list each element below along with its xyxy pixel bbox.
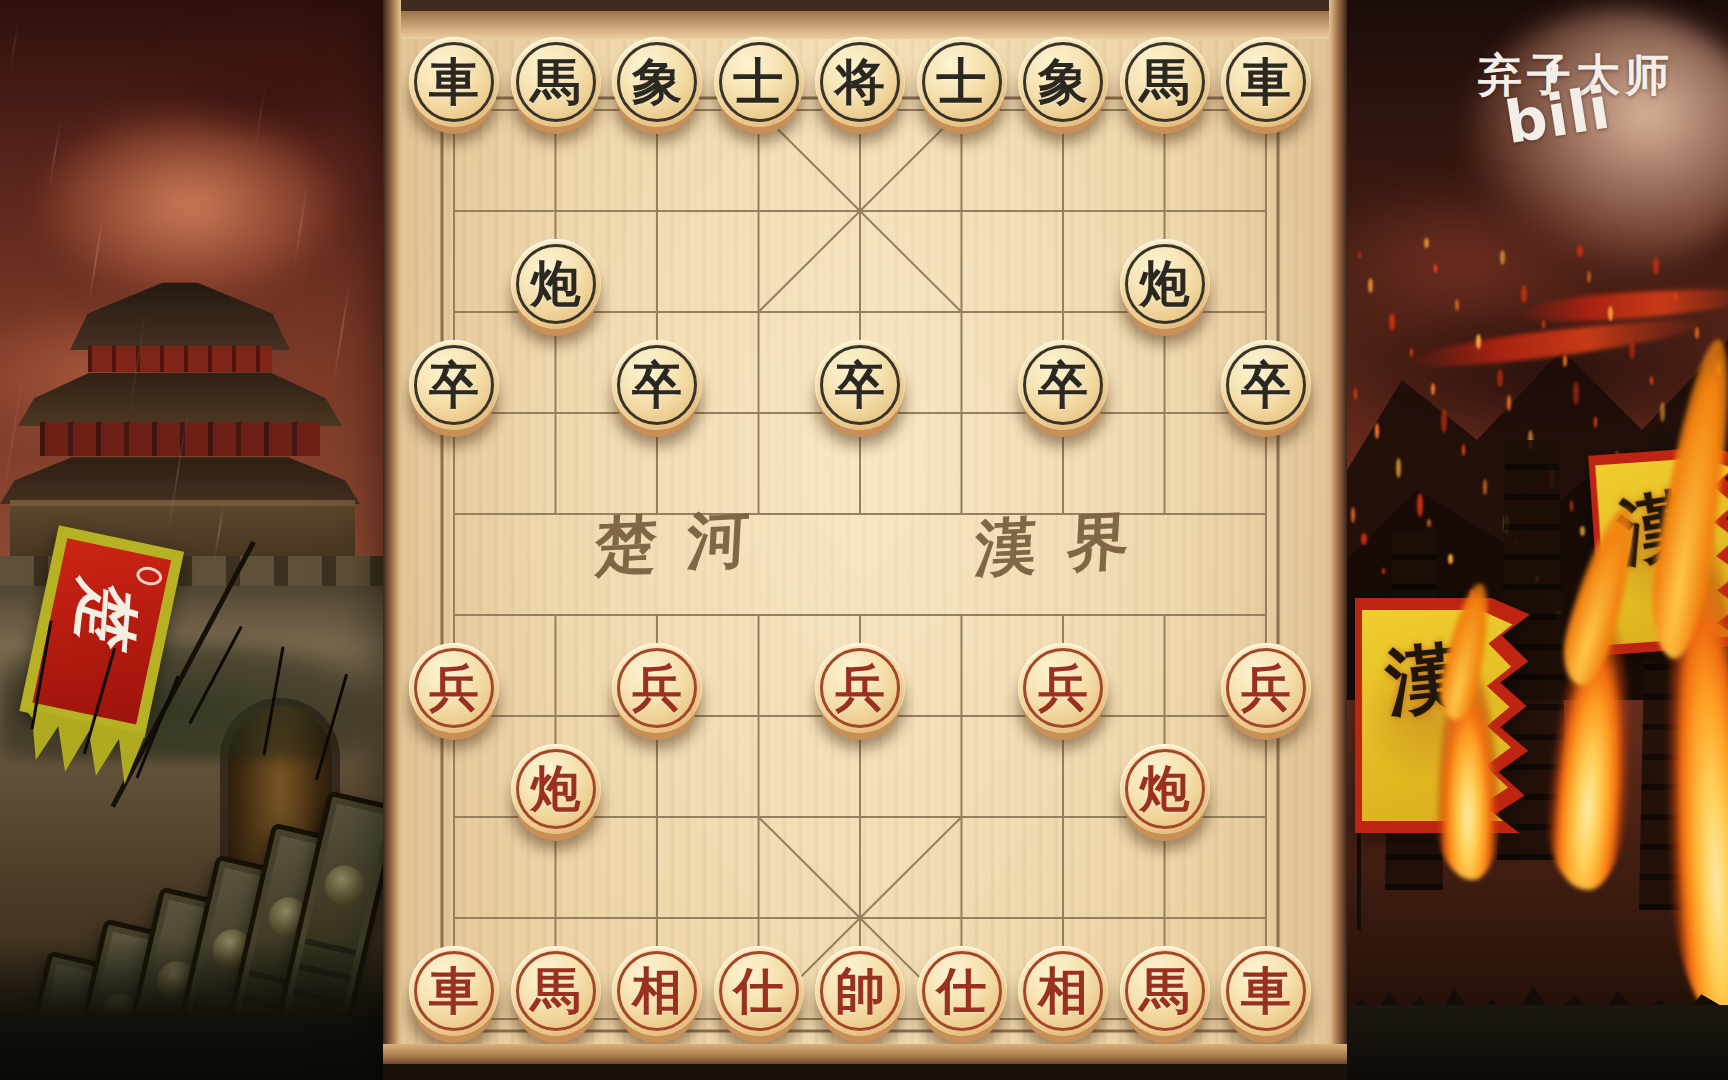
piece-character: 相 bbox=[1018, 946, 1108, 1036]
piece-character: 馬 bbox=[511, 946, 601, 1036]
piece-red-仕[interactable]: 仕 bbox=[917, 946, 1007, 1036]
rain-streak bbox=[88, 214, 104, 304]
ember bbox=[1580, 526, 1585, 536]
ember bbox=[1594, 416, 1597, 428]
piece-character: 帥 bbox=[815, 946, 905, 1036]
ember bbox=[1577, 245, 1583, 257]
piece-character: 象 bbox=[1018, 37, 1108, 127]
ember bbox=[1573, 381, 1579, 405]
piece-character: 車 bbox=[409, 946, 499, 1036]
ember bbox=[1650, 376, 1653, 385]
ember bbox=[1358, 252, 1361, 258]
piece-black-炮[interactable]: 炮 bbox=[511, 239, 601, 329]
ember bbox=[1483, 479, 1487, 495]
ember bbox=[1674, 292, 1677, 301]
ember bbox=[1521, 285, 1527, 303]
pieces-layer: 車馬象士将士象馬車炮炮卒卒卒卒卒兵兵兵兵兵炮炮車馬相仕帥仕相馬車 bbox=[383, 0, 1347, 1080]
piece-character: 相 bbox=[612, 946, 702, 1036]
piece-black-象[interactable]: 象 bbox=[612, 37, 702, 127]
ember bbox=[1368, 278, 1373, 293]
ember bbox=[1441, 409, 1447, 433]
piece-red-仕[interactable]: 仕 bbox=[714, 946, 804, 1036]
piece-character: 車 bbox=[409, 37, 499, 127]
piece-character: 兵 bbox=[409, 643, 499, 733]
piece-character: 車 bbox=[1221, 946, 1311, 1036]
board-bevel-bottom bbox=[383, 1044, 1347, 1064]
piece-red-炮[interactable]: 炮 bbox=[511, 744, 601, 834]
piece-character: 兵 bbox=[612, 643, 702, 733]
piece-black-車[interactable]: 車 bbox=[409, 37, 499, 127]
piece-red-車[interactable]: 車 bbox=[409, 946, 499, 1036]
piece-black-馬[interactable]: 馬 bbox=[511, 37, 601, 127]
piece-red-車[interactable]: 車 bbox=[1221, 946, 1311, 1036]
ember bbox=[1660, 402, 1665, 422]
ember bbox=[1410, 348, 1413, 357]
ember bbox=[1476, 334, 1481, 349]
piece-character: 炮 bbox=[1120, 744, 1210, 834]
ember bbox=[1448, 554, 1453, 564]
ember bbox=[1396, 458, 1401, 478]
left-battle-scene: 楚 bbox=[0, 0, 383, 1080]
right-battle-scene: 漢 漢 bbox=[1347, 0, 1728, 1080]
piece-black-象[interactable]: 象 bbox=[1018, 37, 1108, 127]
piece-red-兵[interactable]: 兵 bbox=[612, 643, 702, 733]
piece-red-兵[interactable]: 兵 bbox=[409, 643, 499, 733]
ember bbox=[1389, 313, 1395, 331]
xiangqi-game-screen: 楚 楚河 漢界 車馬象士将士象馬車炮炮卒卒卒卒卒兵兵兵兵兵炮炮車馬相仕帥仕相馬車 bbox=[0, 0, 1728, 1080]
piece-character: 兵 bbox=[815, 643, 905, 733]
piece-character: 炮 bbox=[511, 239, 601, 329]
watermark: 弃子大师bili bbox=[1478, 46, 1500, 96]
ember bbox=[1570, 500, 1573, 512]
piece-character: 士 bbox=[917, 37, 1007, 127]
piece-character: 卒 bbox=[409, 340, 499, 430]
rain-streaks bbox=[0, 0, 383, 1080]
ember bbox=[1542, 320, 1545, 329]
piece-red-相[interactable]: 相 bbox=[1018, 946, 1108, 1036]
piece-character: 将 bbox=[815, 37, 905, 127]
rain-streak bbox=[2, 374, 24, 500]
rain-streak bbox=[332, 277, 351, 385]
rain-streak bbox=[167, 409, 189, 535]
rain-streak bbox=[293, 179, 309, 269]
ember bbox=[1695, 327, 1699, 339]
board-bevel-right bbox=[1329, 0, 1347, 1080]
ember bbox=[1497, 369, 1503, 387]
ember bbox=[1608, 306, 1613, 321]
piece-black-卒[interactable]: 卒 bbox=[815, 340, 905, 430]
piece-black-馬[interactable]: 馬 bbox=[1120, 37, 1210, 127]
xiangqi-board: 楚河 漢界 車馬象士将士象馬車炮炮卒卒卒卒卒兵兵兵兵兵炮炮車馬相仕帥仕相馬車 bbox=[383, 0, 1347, 1080]
piece-character: 兵 bbox=[1018, 643, 1108, 733]
piece-character: 象 bbox=[612, 37, 702, 127]
ember bbox=[1462, 444, 1465, 456]
ember bbox=[1424, 238, 1429, 248]
piece-black-卒[interactable]: 卒 bbox=[409, 340, 499, 430]
piece-character: 馬 bbox=[1120, 946, 1210, 1036]
piece-black-卒[interactable]: 卒 bbox=[612, 340, 702, 430]
ember bbox=[1500, 250, 1505, 265]
piece-character: 兵 bbox=[1221, 643, 1311, 733]
ember bbox=[1507, 395, 1511, 411]
piece-character: 馬 bbox=[1120, 37, 1210, 127]
board-bevel-left bbox=[383, 0, 401, 1080]
rain-streak bbox=[48, 117, 61, 189]
ember bbox=[1382, 568, 1385, 574]
ember bbox=[1427, 519, 1431, 527]
ember bbox=[1455, 299, 1459, 311]
piece-black-士[interactable]: 士 bbox=[917, 37, 1007, 127]
board-edge-bottom bbox=[383, 1064, 1347, 1080]
rain-streak bbox=[253, 82, 266, 154]
piece-red-相[interactable]: 相 bbox=[612, 946, 702, 1036]
ember bbox=[1629, 341, 1635, 359]
piece-character: 炮 bbox=[1120, 239, 1210, 329]
piece-black-卒[interactable]: 卒 bbox=[1018, 340, 1108, 430]
ember bbox=[1417, 493, 1423, 517]
piece-black-車[interactable]: 車 bbox=[1221, 37, 1311, 127]
piece-character: 仕 bbox=[917, 946, 1007, 1036]
piece-character: 卒 bbox=[1221, 340, 1311, 430]
piece-red-帥[interactable]: 帥 bbox=[815, 946, 905, 1036]
piece-black-炮[interactable]: 炮 bbox=[1120, 239, 1210, 329]
rain-streak bbox=[127, 312, 146, 420]
piece-red-兵[interactable]: 兵 bbox=[815, 643, 905, 733]
piece-red-馬[interactable]: 馬 bbox=[511, 946, 601, 1036]
piece-character: 仕 bbox=[714, 946, 804, 1036]
rain-streak bbox=[214, 505, 225, 560]
piece-character: 卒 bbox=[1018, 340, 1108, 430]
ember bbox=[1431, 383, 1435, 395]
ember bbox=[1354, 388, 1357, 400]
piece-black-将[interactable]: 将 bbox=[815, 37, 905, 127]
rain-streak bbox=[9, 20, 20, 75]
dark-ground bbox=[1347, 1005, 1728, 1080]
piece-black-卒[interactable]: 卒 bbox=[1221, 340, 1311, 430]
piece-black-士[interactable]: 士 bbox=[714, 37, 804, 127]
ember bbox=[1653, 257, 1659, 275]
ember bbox=[1563, 355, 1567, 367]
ember bbox=[1351, 507, 1355, 523]
piece-red-馬[interactable]: 馬 bbox=[1120, 946, 1210, 1036]
ember bbox=[1375, 423, 1379, 439]
piece-character: 卒 bbox=[612, 340, 702, 430]
piece-red-兵[interactable]: 兵 bbox=[1221, 643, 1311, 733]
piece-character: 士 bbox=[714, 37, 804, 127]
piece-character: 炮 bbox=[511, 744, 601, 834]
ember bbox=[1587, 271, 1591, 283]
ember bbox=[1361, 533, 1367, 545]
ember bbox=[1434, 264, 1437, 273]
piece-red-炮[interactable]: 炮 bbox=[1120, 744, 1210, 834]
piece-red-兵[interactable]: 兵 bbox=[1018, 643, 1108, 733]
piece-character: 馬 bbox=[511, 37, 601, 127]
piece-character: 卒 bbox=[815, 340, 905, 430]
piece-character: 車 bbox=[1221, 37, 1311, 127]
